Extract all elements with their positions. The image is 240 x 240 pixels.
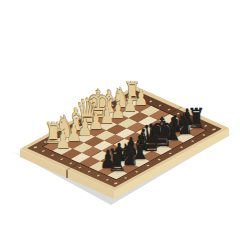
inlay-dot-icon bbox=[122, 98, 125, 100]
inlay-dot-icon bbox=[55, 135, 58, 137]
inlay-dot-icon bbox=[96, 175, 99, 177]
inlay-dot-icon bbox=[212, 128, 216, 130]
inlay-dot-icon bbox=[132, 93, 136, 95]
inlay-dot-icon bbox=[60, 158, 63, 160]
inlay-dot-icon bbox=[88, 117, 91, 119]
inlay-dot-icon bbox=[157, 159, 160, 161]
inlay-dot-icon bbox=[135, 171, 138, 173]
inlay-dot-icon bbox=[77, 123, 80, 125]
inlay-dot-icon bbox=[33, 146, 37, 148]
inlay-dot-icon bbox=[124, 177, 127, 179]
chess-board bbox=[20, 86, 229, 191]
inlay-dot-icon bbox=[69, 162, 72, 164]
inlay-dot-icon bbox=[169, 153, 172, 155]
inlay-dot-icon bbox=[195, 121, 198, 123]
inlay-dot-icon bbox=[146, 165, 149, 167]
product-photo: ♜♞♝♛♚♝♞♜♟♟♟♟♟♟♟♟♟♟♟♟♟♟♟♟♜♞♝♛♚♝♞♜ bbox=[0, 0, 240, 240]
inlay-dot-icon bbox=[204, 125, 207, 127]
inlay-dot-icon bbox=[191, 140, 194, 142]
inlay-dot-icon bbox=[99, 111, 102, 113]
inlay-dot-icon bbox=[42, 150, 45, 152]
inlay-dot-icon bbox=[43, 141, 46, 143]
inlay-dot-icon bbox=[114, 182, 118, 184]
inlay-dot-icon bbox=[140, 96, 143, 98]
inlay-dot-icon bbox=[51, 154, 54, 156]
inlay-dot-icon bbox=[66, 129, 69, 131]
inlay-dot-icon bbox=[111, 104, 114, 106]
inlay-dot-icon bbox=[106, 179, 109, 181]
inlay-dot-icon bbox=[78, 167, 81, 169]
inlay-dot-icon bbox=[186, 117, 189, 119]
inlay-dot-icon bbox=[202, 134, 205, 136]
inlay-dot-icon bbox=[180, 146, 183, 148]
inlay-dot-icon bbox=[149, 101, 152, 103]
inlay-dot-icon bbox=[158, 105, 161, 107]
inlay-dot-icon bbox=[176, 113, 179, 115]
inlay-dot-icon bbox=[87, 171, 90, 173]
inlay-dot-icon bbox=[167, 109, 170, 111]
